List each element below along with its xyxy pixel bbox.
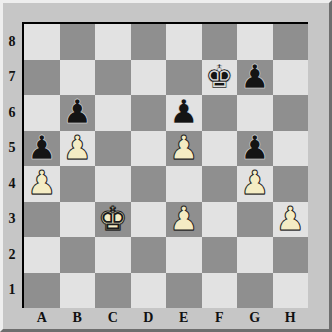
square-g2[interactable] [237, 237, 273, 273]
file-label-c: C [95, 307, 131, 328]
file-label-h: H [273, 307, 309, 328]
square-a8[interactable] [24, 24, 60, 60]
black-pawn[interactable]: ♟ [27, 131, 57, 164]
square-b4[interactable] [60, 166, 96, 202]
black-pawn[interactable]: ♟ [169, 95, 199, 128]
file-label-g: G [237, 307, 273, 328]
square-e5[interactable]: ♟ [166, 131, 202, 167]
square-d8[interactable] [131, 24, 167, 60]
square-e7[interactable] [166, 60, 202, 96]
rank-label-5: 5 [3, 131, 21, 167]
square-h7[interactable] [273, 60, 309, 96]
file-label-d: D [131, 307, 167, 328]
square-e8[interactable] [166, 24, 202, 60]
square-c8[interactable] [95, 24, 131, 60]
white-pawn[interactable]: ♟ [62, 131, 92, 164]
square-a1[interactable] [24, 273, 60, 309]
square-b8[interactable] [60, 24, 96, 60]
square-g5[interactable]: ♟ [237, 131, 273, 167]
square-d6[interactable] [131, 95, 167, 131]
rank-labels: 87654321 [3, 24, 21, 308]
black-pawn[interactable]: ♟ [240, 60, 270, 93]
black-pawn[interactable]: ♟ [240, 131, 270, 164]
square-g7[interactable]: ♟ [237, 60, 273, 96]
square-h8[interactable] [273, 24, 309, 60]
rank-label-7: 7 [3, 60, 21, 96]
square-g4[interactable]: ♟ [237, 166, 273, 202]
square-b5[interactable]: ♟ [60, 131, 96, 167]
file-label-a: A [24, 307, 60, 328]
square-d5[interactable] [131, 131, 167, 167]
square-d1[interactable] [131, 273, 167, 309]
square-b7[interactable] [60, 60, 96, 96]
white-pawn[interactable]: ♟ [27, 166, 57, 199]
square-c3[interactable]: ♚ [95, 202, 131, 238]
black-pawn[interactable]: ♟ [62, 95, 92, 128]
square-d7[interactable] [131, 60, 167, 96]
square-c4[interactable] [95, 166, 131, 202]
square-h2[interactable] [273, 237, 309, 273]
rank-label-8: 8 [3, 24, 21, 60]
square-b1[interactable] [60, 273, 96, 309]
file-label-b: B [60, 307, 96, 328]
square-b6[interactable]: ♟ [60, 95, 96, 131]
square-e1[interactable] [166, 273, 202, 309]
diagram-frame: 87654321 ♚♟♟♟♟♟♟♟♟♟♚♟♟ ABCDEFGH [0, 0, 332, 332]
square-f7[interactable]: ♚ [202, 60, 238, 96]
chess-board[interactable]: ♚♟♟♟♟♟♟♟♟♟♚♟♟ [22, 22, 308, 308]
square-f5[interactable] [202, 131, 238, 167]
square-f1[interactable] [202, 273, 238, 309]
square-d2[interactable] [131, 237, 167, 273]
square-a6[interactable] [24, 95, 60, 131]
square-e4[interactable] [166, 166, 202, 202]
square-c2[interactable] [95, 237, 131, 273]
square-f2[interactable] [202, 237, 238, 273]
square-h4[interactable] [273, 166, 309, 202]
square-b2[interactable] [60, 237, 96, 273]
rank-label-6: 6 [3, 95, 21, 131]
square-c1[interactable] [95, 273, 131, 309]
rank-label-3: 3 [3, 202, 21, 238]
square-e2[interactable] [166, 237, 202, 273]
square-g6[interactable] [237, 95, 273, 131]
square-a7[interactable] [24, 60, 60, 96]
rank-label-2: 2 [3, 237, 21, 273]
file-label-f: F [202, 307, 238, 328]
square-h3[interactable]: ♟ [273, 202, 309, 238]
square-b3[interactable] [60, 202, 96, 238]
square-f6[interactable] [202, 95, 238, 131]
square-h6[interactable] [273, 95, 309, 131]
file-label-e: E [166, 307, 202, 328]
square-c7[interactable] [95, 60, 131, 96]
square-f3[interactable] [202, 202, 238, 238]
square-h5[interactable] [273, 131, 309, 167]
black-king[interactable]: ♚ [204, 60, 234, 93]
white-pawn[interactable]: ♟ [169, 202, 199, 235]
square-e3[interactable]: ♟ [166, 202, 202, 238]
square-a2[interactable] [24, 237, 60, 273]
square-h1[interactable] [273, 273, 309, 309]
square-c5[interactable] [95, 131, 131, 167]
white-pawn[interactable]: ♟ [240, 166, 270, 199]
white-king[interactable]: ♚ [98, 202, 128, 235]
square-d4[interactable] [131, 166, 167, 202]
square-g8[interactable] [237, 24, 273, 60]
square-f4[interactable] [202, 166, 238, 202]
square-a5[interactable]: ♟ [24, 131, 60, 167]
rank-label-1: 1 [3, 273, 21, 309]
rank-label-4: 4 [3, 166, 21, 202]
square-a4[interactable]: ♟ [24, 166, 60, 202]
white-pawn[interactable]: ♟ [275, 202, 305, 235]
square-d3[interactable] [131, 202, 167, 238]
square-a3[interactable] [24, 202, 60, 238]
square-c6[interactable] [95, 95, 131, 131]
square-e6[interactable]: ♟ [166, 95, 202, 131]
file-labels: ABCDEFGH [24, 307, 308, 328]
square-g3[interactable] [237, 202, 273, 238]
square-f8[interactable] [202, 24, 238, 60]
white-pawn[interactable]: ♟ [169, 131, 199, 164]
square-g1[interactable] [237, 273, 273, 309]
